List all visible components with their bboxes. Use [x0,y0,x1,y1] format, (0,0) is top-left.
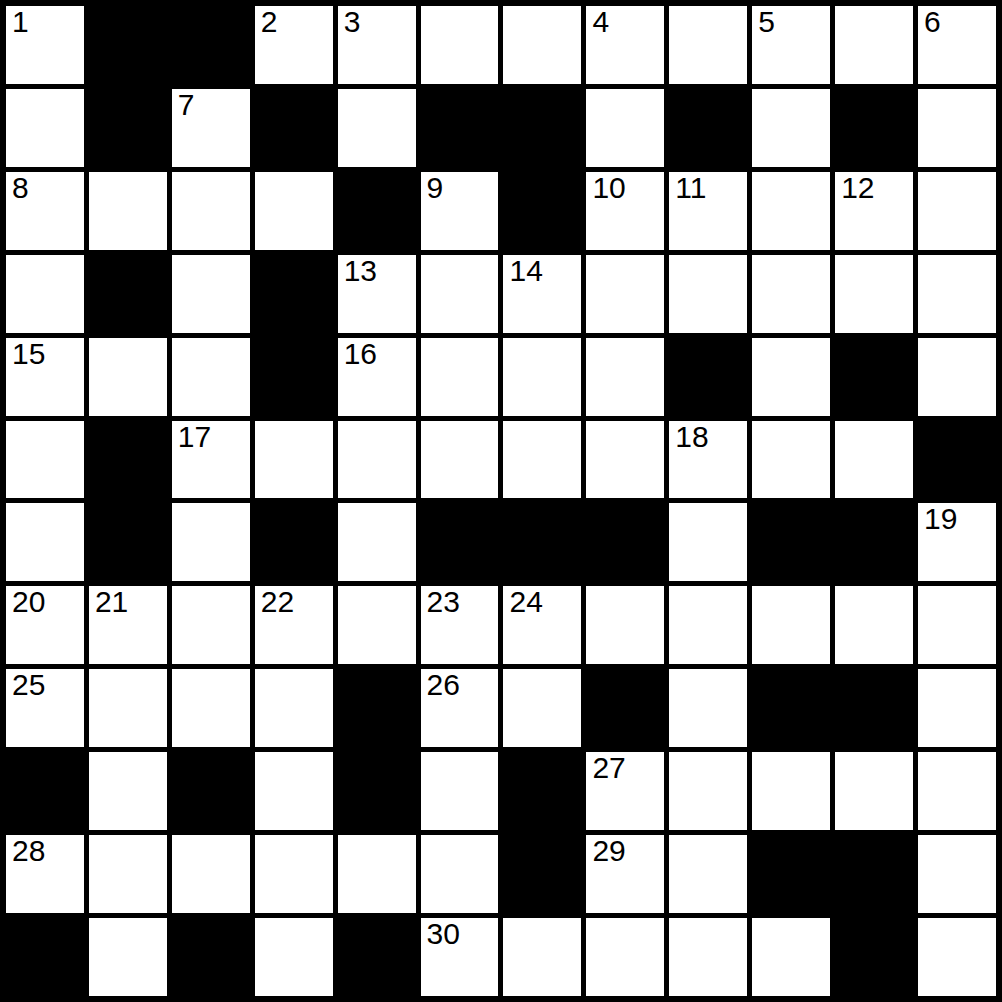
block-cell-r12c3 [172,918,250,996]
white-cell-r2c8[interactable] [586,89,664,167]
white-cell-r11c1[interactable]: 28 [6,835,84,913]
white-cell-r10c12[interactable] [918,752,996,830]
white-cell-r1c1[interactable]: 1 [6,6,84,84]
block-cell-r7c11 [835,503,913,581]
white-cell-r6c4[interactable] [255,421,333,499]
white-cell-r4c3[interactable] [172,255,250,333]
white-cell-r8c8[interactable] [586,586,664,664]
white-cell-r8c10[interactable] [752,586,830,664]
block-cell-r5c4 [255,338,333,416]
white-cell-r11c3[interactable] [172,835,250,913]
clue-number-5: 5 [758,6,775,38]
white-cell-r4c12[interactable] [918,255,996,333]
white-cell-r11c2[interactable] [89,835,167,913]
white-cell-r2c10[interactable] [752,89,830,167]
white-cell-r10c4[interactable] [255,752,333,830]
white-cell-r12c7[interactable] [503,918,581,996]
white-cell-r8c11[interactable] [835,586,913,664]
clue-number-10: 10 [592,172,625,204]
white-cell-r6c9[interactable]: 18 [669,421,747,499]
block-cell-r11c7 [503,835,581,913]
block-cell-r2c4 [255,89,333,167]
white-cell-r12c6[interactable]: 30 [421,918,499,996]
block-cell-r7c6 [421,503,499,581]
block-cell-r9c5 [338,669,416,747]
clue-number-3: 3 [344,6,361,38]
clue-number-11: 11 [675,172,706,204]
white-cell-r8c12[interactable] [918,586,996,664]
white-cell-r8c6[interactable]: 23 [421,586,499,664]
white-cell-r8c9[interactable] [669,586,747,664]
clue-number-19: 19 [924,503,957,535]
white-cell-r12c8[interactable] [586,918,664,996]
white-cell-r6c6[interactable] [421,421,499,499]
block-cell-r7c7 [503,503,581,581]
block-cell-r10c5 [338,752,416,830]
white-cell-r7c9[interactable] [669,503,747,581]
block-cell-r10c7 [503,752,581,830]
white-cell-r5c3[interactable] [172,338,250,416]
clue-number-4: 4 [592,6,609,38]
white-cell-r9c4[interactable] [255,669,333,747]
white-cell-r12c4[interactable] [255,918,333,996]
white-cell-r8c7[interactable]: 24 [503,586,581,664]
white-cell-r7c3[interactable] [172,503,250,581]
clue-number-23: 23 [427,586,460,618]
white-cell-r10c6[interactable] [421,752,499,830]
block-cell-r2c11 [835,89,913,167]
block-cell-r7c10 [752,503,830,581]
white-cell-r4c6[interactable] [421,255,499,333]
clue-number-20: 20 [12,586,45,618]
block-cell-r5c9 [669,338,747,416]
white-cell-r6c8[interactable] [586,421,664,499]
clue-number-13: 13 [344,255,377,287]
clue-number-22: 22 [261,586,294,618]
block-cell-r2c9 [669,89,747,167]
white-cell-r12c12[interactable] [918,918,996,996]
white-cell-r5c1[interactable]: 15 [6,338,84,416]
clue-number-17: 17 [178,421,211,453]
white-cell-r5c8[interactable] [586,338,664,416]
white-cell-r5c12[interactable] [918,338,996,416]
block-cell-r1c3 [172,6,250,84]
white-cell-r3c2[interactable] [89,172,167,250]
clue-number-25: 25 [12,669,45,701]
white-cell-r4c9[interactable] [669,255,747,333]
white-cell-r1c10[interactable]: 5 [752,6,830,84]
white-cell-r11c12[interactable] [918,835,996,913]
white-cell-r11c4[interactable] [255,835,333,913]
white-cell-r12c2[interactable] [89,918,167,996]
clue-number-21: 21 [95,586,128,618]
block-cell-r6c12 [918,421,996,499]
white-cell-r5c5[interactable]: 16 [338,338,416,416]
block-cell-r11c10 [752,835,830,913]
white-cell-r9c9[interactable] [669,669,747,747]
white-cell-r4c7[interactable]: 14 [503,255,581,333]
white-cell-r3c12[interactable] [918,172,996,250]
block-cell-r2c2 [89,89,167,167]
block-cell-r10c1 [6,752,84,830]
block-cell-r6c2 [89,421,167,499]
white-cell-r1c4[interactable]: 2 [255,6,333,84]
white-cell-r3c11[interactable]: 12 [835,172,913,250]
clue-number-8: 8 [12,172,29,204]
white-cell-r10c11[interactable] [835,752,913,830]
white-cell-r3c9[interactable]: 11 [669,172,747,250]
clue-number-30: 30 [427,918,460,950]
block-cell-r4c4 [255,255,333,333]
white-cell-r4c8[interactable] [586,255,664,333]
clue-number-12: 12 [841,172,874,204]
white-cell-r9c1[interactable]: 25 [6,669,84,747]
clue-number-1: 1 [12,6,29,38]
white-cell-r11c9[interactable] [669,835,747,913]
block-cell-r5c11 [835,338,913,416]
white-cell-r8c5[interactable] [338,586,416,664]
block-cell-r9c10 [752,669,830,747]
white-cell-r11c6[interactable] [421,835,499,913]
white-cell-r9c6[interactable]: 26 [421,669,499,747]
clue-number-18: 18 [675,421,708,453]
white-cell-r10c9[interactable] [669,752,747,830]
block-cell-r2c6 [421,89,499,167]
block-cell-r9c8 [586,669,664,747]
white-cell-r6c1[interactable] [6,421,84,499]
white-cell-r5c6[interactable] [421,338,499,416]
block-cell-r12c5 [338,918,416,996]
block-cell-r3c7 [503,172,581,250]
block-cell-r9c11 [835,669,913,747]
white-cell-r7c1[interactable] [6,503,84,581]
white-cell-r11c5[interactable] [338,835,416,913]
white-cell-r6c11[interactable] [835,421,913,499]
clue-number-15: 15 [12,338,45,370]
clue-number-24: 24 [509,586,542,618]
white-cell-r9c3[interactable] [172,669,250,747]
clue-number-6: 6 [924,6,941,38]
white-cell-r1c9[interactable] [669,6,747,84]
clue-number-27: 27 [592,752,625,784]
block-cell-r3c5 [338,172,416,250]
white-cell-r5c10[interactable] [752,338,830,416]
white-cell-r8c4[interactable]: 22 [255,586,333,664]
white-cell-r4c1[interactable] [6,255,84,333]
white-cell-r6c10[interactable] [752,421,830,499]
white-cell-r1c8[interactable]: 4 [586,6,664,84]
white-cell-r9c2[interactable] [89,669,167,747]
block-cell-r7c8 [586,503,664,581]
white-cell-r8c3[interactable] [172,586,250,664]
clue-number-26: 26 [427,669,460,701]
white-cell-r11c8[interactable]: 29 [586,835,664,913]
block-cell-r11c11 [835,835,913,913]
white-cell-r5c2[interactable] [89,338,167,416]
white-cell-r12c10[interactable] [752,918,830,996]
block-cell-r7c4 [255,503,333,581]
white-cell-r2c1[interactable] [6,89,84,167]
clue-number-9: 9 [427,172,444,204]
white-cell-r3c8[interactable]: 10 [586,172,664,250]
white-cell-r3c3[interactable] [172,172,250,250]
white-cell-r7c5[interactable] [338,503,416,581]
block-cell-r10c3 [172,752,250,830]
white-cell-r3c6[interactable]: 9 [421,172,499,250]
white-cell-r3c1[interactable]: 8 [6,172,84,250]
white-cell-r12c9[interactable] [669,918,747,996]
clue-number-7: 7 [178,89,195,121]
white-cell-r10c10[interactable] [752,752,830,830]
block-cell-r2c7 [503,89,581,167]
white-cell-r8c2[interactable]: 21 [89,586,167,664]
clue-number-2: 2 [261,6,278,38]
white-cell-r1c6[interactable] [421,6,499,84]
white-cell-r7c12[interactable]: 19 [918,503,996,581]
clue-number-29: 29 [592,835,625,867]
white-cell-r4c10[interactable] [752,255,830,333]
white-cell-r3c4[interactable] [255,172,333,250]
block-cell-r12c11 [835,918,913,996]
white-cell-r3c10[interactable] [752,172,830,250]
block-cell-r4c2 [89,255,167,333]
clue-number-28: 28 [12,835,45,867]
white-cell-r4c5[interactable]: 13 [338,255,416,333]
block-cell-r12c1 [6,918,84,996]
block-cell-r1c2 [89,6,167,84]
white-cell-r1c11[interactable] [835,6,913,84]
white-cell-r6c5[interactable] [338,421,416,499]
white-cell-r8c1[interactable]: 20 [6,586,84,664]
white-cell-r6c7[interactable] [503,421,581,499]
white-cell-r1c12[interactable]: 6 [918,6,996,84]
clue-number-16: 16 [344,338,377,370]
white-cell-r10c2[interactable] [89,752,167,830]
white-cell-r2c5[interactable] [338,89,416,167]
white-cell-r10c8[interactable]: 27 [586,752,664,830]
white-cell-r2c3[interactable]: 7 [172,89,250,167]
block-cell-r7c2 [89,503,167,581]
crossword-board: 1234567891011121314151617181920212223242… [0,0,1002,1002]
white-cell-r9c7[interactable] [503,669,581,747]
clue-number-14: 14 [509,255,542,287]
white-cell-r1c5[interactable]: 3 [338,6,416,84]
white-cell-r2c12[interactable] [918,89,996,167]
white-cell-r1c7[interactable] [503,6,581,84]
white-cell-r5c7[interactable] [503,338,581,416]
white-cell-r6c3[interactable]: 17 [172,421,250,499]
white-cell-r4c11[interactable] [835,255,913,333]
white-cell-r9c12[interactable] [918,669,996,747]
